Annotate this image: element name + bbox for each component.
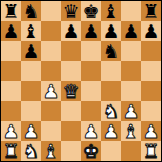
square-h8[interactable]: ♜ xyxy=(141,1,161,21)
square-g3[interactable]: ♟ xyxy=(121,101,141,121)
square-c1[interactable]: ♝ xyxy=(41,141,61,161)
piece-black-pawn: ♟ xyxy=(82,21,99,41)
square-b3[interactable] xyxy=(21,101,41,121)
square-h6[interactable] xyxy=(141,41,161,61)
piece-black-king: ♚ xyxy=(82,1,99,21)
piece-black-rook: ♜ xyxy=(142,1,159,21)
square-a8[interactable]: ♜ xyxy=(1,1,21,21)
square-d4[interactable]: ♛ xyxy=(61,81,81,101)
square-e6[interactable] xyxy=(81,41,101,61)
square-e4[interactable] xyxy=(81,81,101,101)
square-f8[interactable]: ♝ xyxy=(101,1,121,21)
square-a5[interactable] xyxy=(1,61,21,81)
piece-black-bishop: ♝ xyxy=(102,1,119,21)
square-g2[interactable]: ♝ xyxy=(121,121,141,141)
piece-white-pawn: ♟ xyxy=(2,121,19,141)
square-e1[interactable]: ♚ xyxy=(81,141,101,161)
square-a3[interactable] xyxy=(1,101,21,121)
square-h2[interactable]: ♟ xyxy=(141,121,161,141)
square-h1[interactable]: ♜ xyxy=(141,141,161,161)
piece-black-pawn: ♟ xyxy=(122,21,139,41)
square-g4[interactable] xyxy=(121,81,141,101)
square-c6[interactable] xyxy=(41,41,61,61)
square-e2[interactable]: ♟ xyxy=(81,121,101,141)
square-g6[interactable] xyxy=(121,41,141,61)
piece-white-rook: ♜ xyxy=(142,141,159,161)
square-g5[interactable] xyxy=(121,61,141,81)
square-h3[interactable] xyxy=(141,101,161,121)
square-a4[interactable] xyxy=(1,81,21,101)
square-d8[interactable]: ♛ xyxy=(61,1,81,21)
square-c5[interactable] xyxy=(41,61,61,81)
square-f3[interactable]: ♞ xyxy=(101,101,121,121)
square-h4[interactable] xyxy=(141,81,161,101)
piece-black-bishop: ♝ xyxy=(22,21,39,41)
piece-white-knight: ♞ xyxy=(22,141,39,161)
square-c8[interactable] xyxy=(41,1,61,21)
square-b7[interactable]: ♝ xyxy=(21,21,41,41)
piece-white-pawn: ♟ xyxy=(42,81,59,101)
piece-white-pawn: ♟ xyxy=(142,121,159,141)
piece-white-pawn: ♟ xyxy=(22,121,39,141)
square-c7[interactable] xyxy=(41,21,61,41)
square-c4[interactable]: ♟ xyxy=(41,81,61,101)
square-f7[interactable]: ♟ xyxy=(101,21,121,41)
piece-white-queen: ♛ xyxy=(62,81,79,101)
square-g1[interactable] xyxy=(121,141,141,161)
piece-white-rook: ♜ xyxy=(2,141,19,161)
square-c2[interactable] xyxy=(41,121,61,141)
square-f1[interactable] xyxy=(101,141,121,161)
piece-white-bishop: ♝ xyxy=(42,141,59,161)
piece-white-pawn: ♟ xyxy=(102,121,119,141)
piece-white-pawn: ♟ xyxy=(122,101,139,121)
square-d6[interactable] xyxy=(61,41,81,61)
square-e7[interactable]: ♟ xyxy=(81,21,101,41)
square-g7[interactable]: ♟ xyxy=(121,21,141,41)
square-h5[interactable] xyxy=(141,61,161,81)
piece-black-queen: ♛ xyxy=(62,1,79,21)
chess-board: ♜♞♛♚♝♜♟♝♟♟♟♟♟♟♞♟♛♞♟♟♟♟♟♝♟♜♞♝♚♜ xyxy=(0,0,162,162)
piece-black-pawn: ♟ xyxy=(62,21,79,41)
square-f5[interactable] xyxy=(101,61,121,81)
square-d2[interactable] xyxy=(61,121,81,141)
piece-black-knight: ♞ xyxy=(22,1,39,21)
square-b2[interactable]: ♟ xyxy=(21,121,41,141)
square-f6[interactable]: ♞ xyxy=(101,41,121,61)
piece-black-pawn: ♟ xyxy=(22,41,39,61)
square-b1[interactable]: ♞ xyxy=(21,141,41,161)
square-h7[interactable]: ♟ xyxy=(141,21,161,41)
square-e3[interactable] xyxy=(81,101,101,121)
square-g8[interactable] xyxy=(121,1,141,21)
square-e8[interactable]: ♚ xyxy=(81,1,101,21)
piece-white-knight: ♞ xyxy=(102,101,119,121)
square-a7[interactable]: ♟ xyxy=(1,21,21,41)
square-d5[interactable] xyxy=(61,61,81,81)
square-b4[interactable] xyxy=(21,81,41,101)
piece-black-pawn: ♟ xyxy=(142,21,159,41)
square-a1[interactable]: ♜ xyxy=(1,141,21,161)
piece-white-king: ♚ xyxy=(82,141,99,161)
square-b6[interactable]: ♟ xyxy=(21,41,41,61)
piece-black-knight: ♞ xyxy=(102,41,119,61)
square-a2[interactable]: ♟ xyxy=(1,121,21,141)
piece-black-pawn: ♟ xyxy=(2,21,19,41)
piece-white-bishop: ♝ xyxy=(122,121,139,141)
square-d7[interactable]: ♟ xyxy=(61,21,81,41)
square-c3[interactable] xyxy=(41,101,61,121)
square-d3[interactable] xyxy=(61,101,81,121)
square-b8[interactable]: ♞ xyxy=(21,1,41,21)
square-b5[interactable] xyxy=(21,61,41,81)
piece-black-pawn: ♟ xyxy=(102,21,119,41)
square-d1[interactable] xyxy=(61,141,81,161)
square-e5[interactable] xyxy=(81,61,101,81)
square-f2[interactable]: ♟ xyxy=(101,121,121,141)
piece-white-pawn: ♟ xyxy=(82,121,99,141)
square-f4[interactable] xyxy=(101,81,121,101)
square-a6[interactable] xyxy=(1,41,21,61)
piece-black-rook: ♜ xyxy=(2,1,19,21)
